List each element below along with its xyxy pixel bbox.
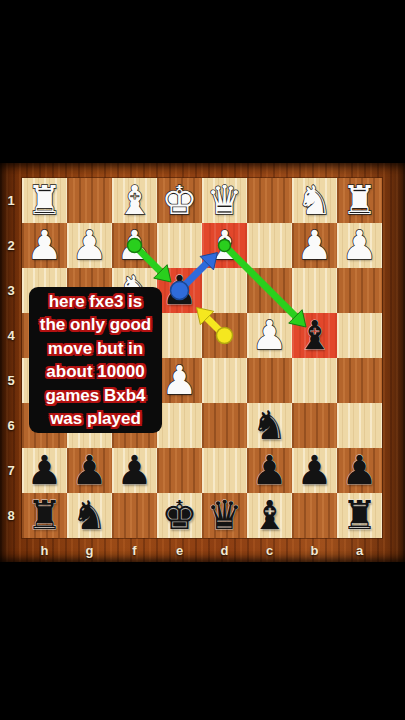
- white-pawn-f2: ♟: [112, 223, 157, 268]
- black-pawn-f7: ♟: [112, 448, 157, 493]
- rank-label-7: 7: [0, 448, 22, 493]
- square-e7[interactable]: [157, 448, 202, 493]
- white-pawn-b2: ♟: [292, 223, 337, 268]
- top-letterbox: [0, 0, 405, 163]
- square-d4[interactable]: [202, 313, 247, 358]
- white-pawn-e5: ♟: [157, 358, 202, 403]
- white-rook-a1: ♜: [337, 178, 382, 223]
- rank-label-6: 6: [0, 403, 22, 448]
- square-e2[interactable]: [157, 223, 202, 268]
- square-a7[interactable]: ♟: [337, 448, 382, 493]
- caption-line: move but in: [48, 337, 143, 361]
- rank-label-1: 1: [0, 178, 22, 223]
- white-pawn-a2: ♟: [337, 223, 382, 268]
- square-d6[interactable]: [202, 403, 247, 448]
- square-d8[interactable]: ♛: [202, 493, 247, 538]
- white-pawn-h2: ♟: [22, 223, 67, 268]
- white-pawn-g2: ♟: [67, 223, 112, 268]
- screenshot-root: ♜♝♚♛♞♜♟♟♟♝♟♟♞♟♟♝♟♞♟♟♟♟♟♟♜♞♚♛♝♜ 12345678h…: [0, 0, 405, 720]
- square-h2[interactable]: ♟: [22, 223, 67, 268]
- square-b6[interactable]: [292, 403, 337, 448]
- square-g8[interactable]: ♞: [67, 493, 112, 538]
- caption-line: was played: [50, 407, 141, 431]
- square-c5[interactable]: [247, 358, 292, 403]
- square-b5[interactable]: [292, 358, 337, 403]
- caption-line: here fxe3 is: [49, 290, 143, 314]
- rank-label-8: 8: [0, 493, 22, 538]
- file-label-d: d: [202, 540, 247, 560]
- black-pawn-c7: ♟: [247, 448, 292, 493]
- square-e4[interactable]: [157, 313, 202, 358]
- black-queen-d8: ♛: [202, 493, 247, 538]
- square-a2[interactable]: ♟: [337, 223, 382, 268]
- square-h8[interactable]: ♜: [22, 493, 67, 538]
- rank-label-3: 3: [0, 268, 22, 313]
- board-panel: ♜♝♚♛♞♜♟♟♟♝♟♟♞♟♟♝♟♞♟♟♟♟♟♟♜♞♚♛♝♜ 12345678h…: [0, 163, 405, 562]
- black-rook-a8: ♜: [337, 493, 382, 538]
- square-d7[interactable]: [202, 448, 247, 493]
- square-h7[interactable]: ♟: [22, 448, 67, 493]
- square-a4[interactable]: [337, 313, 382, 358]
- commentary-overlay: here fxe3 is the only good move but in a…: [29, 287, 162, 433]
- square-f8[interactable]: [112, 493, 157, 538]
- black-knight-c6: ♞: [247, 403, 292, 448]
- square-c6[interactable]: ♞: [247, 403, 292, 448]
- square-c1[interactable]: [247, 178, 292, 223]
- square-c4[interactable]: ♟: [247, 313, 292, 358]
- rank-label-4: 4: [0, 313, 22, 358]
- black-pawn-e3: ♟: [157, 268, 202, 313]
- caption-line: games Bxb4: [45, 384, 145, 408]
- square-b2[interactable]: ♟: [292, 223, 337, 268]
- square-b8[interactable]: [292, 493, 337, 538]
- black-pawn-g7: ♟: [67, 448, 112, 493]
- bottom-letterbox: [0, 562, 405, 720]
- square-g2[interactable]: ♟: [67, 223, 112, 268]
- square-c7[interactable]: ♟: [247, 448, 292, 493]
- white-bishop-d2: ♝: [202, 223, 247, 268]
- black-pawn-b7: ♟: [292, 448, 337, 493]
- square-f2[interactable]: ♟: [112, 223, 157, 268]
- white-pawn-c4: ♟: [247, 313, 292, 358]
- caption-line: about 10000: [46, 360, 144, 384]
- white-king-e1: ♚: [157, 178, 202, 223]
- square-c2[interactable]: [247, 223, 292, 268]
- square-h1[interactable]: ♜: [22, 178, 67, 223]
- square-c8[interactable]: ♝: [247, 493, 292, 538]
- square-e5[interactable]: ♟: [157, 358, 202, 403]
- rank-label-5: 5: [0, 358, 22, 403]
- black-king-e8: ♚: [157, 493, 202, 538]
- white-queen-d1: ♛: [202, 178, 247, 223]
- square-d3[interactable]: [202, 268, 247, 313]
- square-d2[interactable]: ♝: [202, 223, 247, 268]
- file-label-a: a: [337, 540, 382, 560]
- rank-label-2: 2: [0, 223, 22, 268]
- square-a1[interactable]: ♜: [337, 178, 382, 223]
- square-a3[interactable]: [337, 268, 382, 313]
- file-label-f: f: [112, 540, 157, 560]
- square-g7[interactable]: ♟: [67, 448, 112, 493]
- square-d5[interactable]: [202, 358, 247, 403]
- square-f1[interactable]: ♝: [112, 178, 157, 223]
- square-g1[interactable]: [67, 178, 112, 223]
- file-label-b: b: [292, 540, 337, 560]
- black-pawn-a7: ♟: [337, 448, 382, 493]
- square-e8[interactable]: ♚: [157, 493, 202, 538]
- black-bishop-b4: ♝: [292, 313, 337, 358]
- square-e3[interactable]: ♟: [157, 268, 202, 313]
- file-label-c: c: [247, 540, 292, 560]
- file-label-e: e: [157, 540, 202, 560]
- white-rook-h1: ♜: [22, 178, 67, 223]
- square-e6[interactable]: [157, 403, 202, 448]
- white-bishop-f1: ♝: [112, 178, 157, 223]
- black-knight-g8: ♞: [67, 493, 112, 538]
- black-bishop-c8: ♝: [247, 493, 292, 538]
- square-c3[interactable]: [247, 268, 292, 313]
- square-f7[interactable]: ♟: [112, 448, 157, 493]
- black-rook-h8: ♜: [22, 493, 67, 538]
- square-b1[interactable]: ♞: [292, 178, 337, 223]
- square-b7[interactable]: ♟: [292, 448, 337, 493]
- square-b4[interactable]: ♝: [292, 313, 337, 358]
- white-knight-b1: ♞: [292, 178, 337, 223]
- square-e1[interactable]: ♚: [157, 178, 202, 223]
- square-a5[interactable]: [337, 358, 382, 403]
- square-a6[interactable]: [337, 403, 382, 448]
- square-d1[interactable]: ♛: [202, 178, 247, 223]
- caption-line: the only good: [40, 313, 151, 337]
- square-b3[interactable]: [292, 268, 337, 313]
- file-label-g: g: [67, 540, 112, 560]
- square-a8[interactable]: ♜: [337, 493, 382, 538]
- black-pawn-h7: ♟: [22, 448, 67, 493]
- file-label-h: h: [22, 540, 67, 560]
